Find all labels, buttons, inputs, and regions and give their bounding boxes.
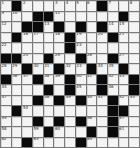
black-cell-r1c10 [97, 1, 107, 11]
white-cell-r5c6[interactable] [54, 43, 64, 53]
white-cell-r4c10[interactable]: 20 [97, 33, 107, 43]
clue-number: 12 [2, 22, 7, 26]
black-cell-r1c2 [12, 1, 22, 11]
white-cell-r11c8[interactable] [76, 106, 86, 116]
white-cell-r8c6[interactable]: 39 [54, 75, 64, 85]
black-cell-r11c12 [119, 106, 129, 116]
clue-number: 43 [119, 75, 124, 79]
clue-number: 24 [23, 54, 28, 58]
clue-number: 3 [55, 1, 58, 5]
black-cell-r14c8 [76, 138, 86, 148]
white-cell-r8c3[interactable]: 37 [22, 75, 32, 85]
white-cell-r14c7[interactable] [65, 138, 75, 148]
white-cell-r13c8[interactable] [76, 127, 86, 137]
clue-number: 46 [108, 85, 113, 89]
white-cell-r10c9[interactable]: 50 [87, 96, 97, 106]
white-cell-r1c4[interactable] [33, 1, 43, 11]
black-cell-r2c5 [44, 12, 54, 22]
black-cell-r10c6 [54, 96, 64, 106]
clue-number: 51 [98, 96, 103, 100]
clue-number: 15 [119, 22, 124, 26]
white-cell-r9c1[interactable]: 44 [1, 85, 11, 95]
white-cell-r9c3[interactable] [22, 85, 32, 95]
white-cell-r14c6[interactable] [54, 138, 64, 148]
clue-number: 41 [87, 75, 92, 79]
white-cell-r6c6[interactable]: 25 [54, 54, 64, 64]
white-cell-r11c5[interactable] [44, 106, 54, 116]
black-cell-r3c3 [22, 22, 32, 32]
clue-number: 33 [76, 64, 81, 68]
white-cell-r9c12[interactable] [119, 85, 129, 95]
white-cell-r2c7[interactable] [65, 12, 75, 22]
white-cell-r13c3[interactable] [22, 127, 32, 137]
white-cell-r11c13[interactable] [129, 106, 139, 116]
black-cell-r9c5 [44, 85, 54, 95]
white-cell-r7c1[interactable]: 28 [1, 64, 11, 74]
clue-number: 54 [23, 106, 28, 110]
white-cell-r2c11[interactable] [108, 12, 118, 22]
black-cell-r6c8 [76, 54, 86, 64]
white-cell-r2c1[interactable]: 9 [1, 12, 11, 22]
white-cell-r2c3[interactable] [22, 12, 32, 22]
clue-number: 31 [44, 64, 49, 68]
white-cell-r7c11[interactable]: 35 [108, 64, 118, 74]
black-cell-r8c1 [1, 75, 11, 85]
clue-number: 37 [23, 75, 28, 79]
black-cell-r7c6 [54, 64, 64, 74]
clue-number: 26 [87, 54, 92, 58]
white-cell-r9c4[interactable] [33, 85, 43, 95]
white-cell-r10c2[interactable] [12, 96, 22, 106]
clue-number: 57 [119, 117, 124, 121]
clue-number: 49 [66, 96, 71, 100]
clue-number: 4 [66, 1, 69, 5]
white-cell-r12c5[interactable] [44, 117, 54, 127]
white-cell-r13c1[interactable]: 58 [1, 127, 11, 137]
white-cell-r12c3[interactable] [22, 117, 32, 127]
white-cell-r8c12[interactable]: 43 [119, 75, 129, 85]
white-cell-r12c13[interactable] [129, 117, 139, 127]
white-cell-r14c1[interactable]: 62 [1, 138, 11, 148]
white-cell-r7c10[interactable]: 34 [97, 64, 107, 74]
black-cell-r4c2 [12, 33, 22, 43]
clue-number: 48 [44, 96, 49, 100]
white-cell-r10c1[interactable]: 47 [1, 96, 11, 106]
black-cell-r10c11 [108, 96, 118, 106]
black-cell-r4c11 [108, 33, 118, 43]
white-cell-r3c9[interactable] [87, 22, 97, 32]
clue-number: 53 [130, 96, 135, 100]
clue-number: 2 [23, 1, 26, 5]
clue-number: 39 [55, 75, 60, 79]
white-cell-r7c2[interactable]: 29 [12, 64, 22, 74]
black-cell-r6c11 [108, 54, 118, 64]
white-cell-r1c12[interactable] [119, 1, 129, 11]
white-cell-r9c8[interactable]: 45 [76, 85, 86, 95]
clue-number: 56 [87, 117, 92, 121]
white-cell-r6c13[interactable] [129, 54, 139, 64]
black-cell-r8c10 [97, 75, 107, 85]
white-cell-r11c10[interactable] [97, 106, 107, 116]
white-cell-r11c6[interactable] [54, 106, 64, 116]
white-cell-r13c12[interactable]: 61 [119, 127, 129, 137]
clue-number: 34 [98, 64, 103, 68]
clue-number: 61 [119, 127, 124, 131]
white-cell-r4c12[interactable]: 21 [119, 33, 129, 43]
black-cell-r8c13 [129, 75, 139, 85]
clue-number: 29 [12, 64, 17, 68]
white-cell-r5c13[interactable] [129, 43, 139, 53]
clue-number: 59 [34, 127, 39, 131]
black-cell-r12c6 [54, 117, 64, 127]
white-cell-r3c2[interactable] [12, 22, 22, 32]
white-cell-r7c4[interactable]: 30 [33, 64, 43, 74]
white-cell-r1c9[interactable]: 6 [87, 1, 97, 11]
white-cell-r9c11[interactable]: 46 [108, 85, 118, 95]
white-cell-r13c7[interactable] [65, 127, 75, 137]
white-cell-r5c2[interactable] [12, 43, 22, 53]
black-cell-r7c9 [87, 64, 97, 74]
white-cell-r6c3[interactable]: 24 [22, 54, 32, 64]
clue-number: 45 [76, 85, 81, 89]
white-cell-r10c7[interactable]: 49 [65, 96, 75, 106]
white-cell-r3c11[interactable]: 14 [108, 22, 118, 32]
white-cell-r4c6[interactable]: 18 [54, 33, 64, 43]
clue-number: 44 [2, 85, 7, 89]
clue-number: 18 [55, 33, 60, 37]
clue-number: 7 [108, 1, 111, 5]
white-cell-r2c2[interactable]: 10 [12, 12, 22, 22]
clue-number: 36 [12, 75, 17, 79]
white-cell-r10c10[interactable]: 51 [97, 96, 107, 106]
clue-number: 19 [76, 33, 81, 37]
clue-number: 30 [34, 64, 39, 68]
clue-number: 16 [23, 33, 28, 37]
white-cell-r4c1[interactable] [1, 33, 11, 43]
white-cell-r8c11[interactable]: 42 [108, 75, 118, 85]
black-cell-r4c7 [65, 33, 75, 43]
white-cell-r3c7[interactable] [65, 22, 75, 32]
white-cell-r14c12[interactable] [119, 138, 129, 148]
clue-number: 10 [12, 12, 17, 16]
white-cell-r8c8[interactable]: 40 [76, 75, 86, 85]
black-cell-r8c4 [33, 75, 43, 85]
white-cell-r3c5[interactable]: 13 [44, 22, 54, 32]
black-cell-r9c7 [65, 85, 75, 95]
white-cell-r10c13[interactable]: 53 [129, 96, 139, 106]
white-cell-r3c12[interactable]: 15 [119, 22, 129, 32]
white-cell-r13c10[interactable] [97, 127, 107, 137]
white-cell-r2c6[interactable]: 11 [54, 12, 64, 22]
clue-number: 23 [76, 43, 81, 47]
white-cell-r12c12[interactable]: 57 [119, 117, 129, 127]
white-cell-r14c4[interactable]: 63 [33, 138, 43, 148]
white-cell-r5c12[interactable] [119, 43, 129, 53]
white-cell-r4c5[interactable] [44, 33, 54, 43]
black-cell-r2c4 [33, 12, 43, 22]
white-cell-r5c11[interactable] [108, 43, 118, 53]
white-cell-r8c2[interactable]: 36 [12, 75, 22, 85]
clue-number: 47 [2, 96, 7, 100]
clue-number: 13 [44, 22, 49, 26]
white-cell-r11c3[interactable]: 54 [22, 106, 32, 116]
black-cell-r12c4 [33, 117, 43, 127]
clue-number: 64 [87, 138, 92, 142]
clue-number: 58 [2, 127, 7, 131]
white-cell-r5c5[interactable] [44, 43, 54, 53]
white-cell-r7c8[interactable]: 33 [76, 64, 86, 74]
white-cell-r13c6[interactable]: 60 [54, 127, 64, 137]
clue-number: 8 [130, 1, 133, 5]
white-cell-r1c3[interactable]: 2 [22, 1, 32, 11]
white-cell-r1c6[interactable]: 3 [54, 1, 64, 11]
black-cell-r8c7 [65, 75, 75, 85]
clue-number: 9 [2, 12, 5, 16]
clue-number: 25 [55, 54, 60, 58]
white-cell-r2c8[interactable] [76, 12, 86, 22]
white-cell-r3c1[interactable]: 12 [1, 22, 11, 32]
white-cell-r5c1[interactable]: 22 [1, 43, 11, 53]
clue-number: 28 [2, 64, 7, 68]
clue-number: 62 [2, 138, 7, 142]
clue-number: 22 [2, 43, 7, 47]
white-cell-r9c2[interactable] [12, 85, 22, 95]
white-cell-r14c5[interactable] [44, 138, 54, 148]
white-cell-r4c3[interactable]: 16 [22, 33, 32, 43]
clue-number: 27 [119, 54, 124, 58]
white-cell-r14c10[interactable] [97, 138, 107, 148]
white-cell-r12c7[interactable] [65, 117, 75, 127]
white-cell-r14c2[interactable] [12, 138, 22, 148]
white-cell-r5c3[interactable] [22, 43, 32, 53]
white-cell-r6c4[interactable] [33, 54, 43, 64]
white-cell-r4c8[interactable]: 19 [76, 33, 86, 43]
clue-number: 60 [55, 127, 60, 131]
white-cell-r1c1[interactable]: 1 [1, 1, 11, 11]
clue-number: 55 [2, 117, 7, 121]
black-cell-r6c1 [1, 54, 11, 64]
white-cell-r2c9[interactable] [87, 12, 97, 22]
white-cell-r5c4[interactable] [33, 43, 43, 53]
white-cell-r6c10[interactable] [97, 54, 107, 64]
black-cell-r11c11 [108, 106, 118, 116]
white-cell-r1c13[interactable]: 8 [129, 1, 139, 11]
white-cell-r1c11[interactable]: 7 [108, 1, 118, 11]
white-cell-r7c5[interactable]: 31 [44, 64, 54, 74]
white-cell-r7c13[interactable] [129, 64, 139, 74]
white-cell-r14c11[interactable] [108, 138, 118, 148]
black-cell-r6c2 [12, 54, 22, 64]
white-cell-r9c9[interactable] [87, 85, 97, 95]
black-cell-r13c11 [108, 127, 118, 137]
white-cell-r10c3[interactable] [22, 96, 32, 106]
white-cell-r1c7[interactable]: 4 [65, 1, 75, 11]
white-cell-r12c2[interactable] [12, 117, 22, 127]
white-cell-r9c6[interactable] [54, 85, 64, 95]
black-cell-r7c12 [119, 64, 129, 74]
white-cell-r8c5[interactable]: 38 [44, 75, 54, 85]
white-cell-r5c8[interactable]: 23 [76, 43, 86, 53]
clue-number: 42 [108, 75, 113, 79]
clue-number: 11 [55, 12, 60, 16]
white-cell-r13c4[interactable]: 59 [33, 127, 43, 137]
black-cell-r13c5 [44, 127, 54, 137]
black-cell-r3c8 [76, 22, 86, 32]
black-cell-r10c8 [76, 96, 86, 106]
white-cell-r12c1[interactable]: 55 [1, 117, 11, 127]
white-cell-r4c9[interactable] [87, 33, 97, 43]
clue-number: 50 [87, 96, 92, 100]
clue-number: 14 [108, 22, 113, 26]
clue-number: 6 [87, 1, 90, 5]
white-cell-r6c12[interactable]: 27 [119, 54, 129, 64]
white-cell-r6c9[interactable]: 26 [87, 54, 97, 64]
white-cell-r12c9[interactable]: 56 [87, 117, 97, 127]
clue-number: 5 [76, 1, 79, 5]
black-cell-r2c12 [119, 12, 129, 22]
white-cell-r7c7[interactable]: 32 [65, 64, 75, 74]
crossword-page: 1234567891011121314151617181920212223242… [0, 0, 140, 148]
white-cell-r3c13[interactable] [129, 22, 139, 32]
black-cell-r14c3 [22, 138, 32, 148]
white-cell-r14c9[interactable]: 64 [87, 138, 97, 148]
black-cell-r9c13 [129, 85, 139, 95]
white-cell-r11c7[interactable] [65, 106, 75, 116]
white-cell-r1c8[interactable]: 5 [76, 1, 86, 11]
crossword-grid: 1234567891011121314151617181920212223242… [0, 0, 140, 148]
white-cell-r4c4[interactable]: 17 [33, 33, 43, 43]
white-cell-r10c5[interactable]: 48 [44, 96, 54, 106]
clue-number: 32 [66, 64, 71, 68]
black-cell-r3c6 [54, 22, 64, 32]
black-cell-r3c10 [97, 22, 107, 32]
black-cell-r5c7 [65, 43, 75, 53]
black-cell-r13c9 [87, 127, 97, 137]
clue-number: 35 [108, 64, 113, 68]
clue-number: 40 [76, 75, 81, 79]
white-cell-r5c10[interactable] [97, 43, 107, 53]
black-cell-r3c4 [33, 22, 43, 32]
white-cell-r8c9[interactable]: 41 [87, 75, 97, 85]
black-cell-r10c4 [33, 96, 43, 106]
white-cell-r13c2[interactable] [12, 127, 22, 137]
black-cell-r7c3 [22, 64, 32, 74]
clue-number: 52 [119, 96, 124, 100]
white-cell-r14c13[interactable] [129, 138, 139, 148]
black-cell-r11c2 [12, 106, 22, 116]
white-cell-r11c9[interactable] [87, 106, 97, 116]
white-cell-r5c9[interactable] [87, 43, 97, 53]
white-cell-r10c12[interactable]: 52 [119, 96, 129, 106]
white-cell-r4c13[interactable] [129, 33, 139, 43]
white-cell-r12c10[interactable] [97, 117, 107, 127]
white-cell-r13c13[interactable] [129, 127, 139, 137]
clue-number: 20 [98, 33, 103, 37]
clue-number: 17 [34, 33, 39, 37]
white-cell-r1c5[interactable] [44, 1, 54, 11]
white-cell-r11c1[interactable] [1, 106, 11, 116]
white-cell-r2c13[interactable] [129, 12, 139, 22]
black-cell-r12c11 [108, 117, 118, 127]
white-cell-r6c7[interactable] [65, 54, 75, 64]
black-cell-r12c8 [76, 117, 86, 127]
clue-number: 38 [44, 75, 49, 79]
black-cell-r6c5 [44, 54, 54, 64]
clue-number: 21 [119, 33, 124, 37]
white-cell-r11c4[interactable] [33, 106, 43, 116]
white-cell-r2c10[interactable] [97, 12, 107, 22]
clue-number: 63 [34, 138, 39, 142]
black-cell-r9c10 [97, 85, 107, 95]
clue-number: 1 [2, 1, 5, 5]
